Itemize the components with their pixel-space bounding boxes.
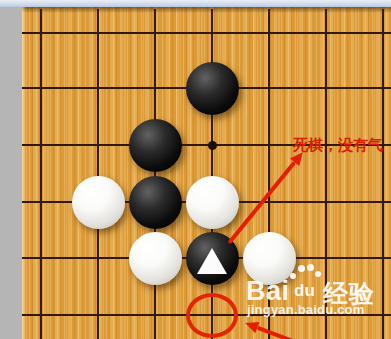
baidu-watermark-du: du [294,281,315,301]
white-stone [72,176,125,229]
grid-line-horizontal [22,32,391,34]
left-margin [0,7,22,339]
paw-toe-icon [298,265,305,272]
black-stone [186,62,239,115]
grid-line-vertical [40,9,42,339]
paw-toe-icon [315,271,321,277]
paw-toe-icon [290,273,296,279]
paw-toe-icon [307,264,314,271]
top-strip [0,0,391,7]
star-point [208,141,217,150]
screenshot-root: 死棋，没有气 Bai du 经验 jingyan.baidu.com [0,0,391,339]
black-stone [129,119,182,172]
grid-line-vertical [382,9,384,339]
black-stone [129,176,182,229]
triangle-marker-icon [197,248,227,274]
grid-line-vertical [154,9,156,339]
dead-stone-caption: 死棋，没有气 [293,137,391,153]
baidu-watermark-url: jingyan.baidu.com [247,302,365,317]
white-stone [129,232,182,285]
grid-line-vertical [97,9,99,339]
baidu-paw-icon: du [289,262,325,304]
white-stone [186,176,239,229]
grid-line-vertical [211,9,213,339]
liberty-circle-annotation [186,293,238,338]
